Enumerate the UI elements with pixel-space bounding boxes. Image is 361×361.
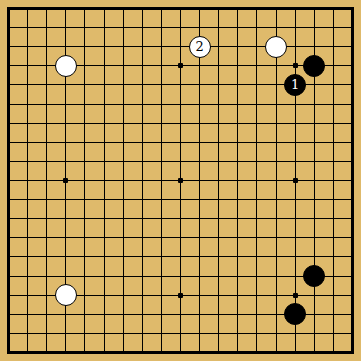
grid-line-vertical [276, 9, 277, 353]
grid-line-vertical [237, 9, 238, 353]
grid-line-horizontal [9, 199, 353, 200]
grid-line-horizontal [9, 333, 353, 334]
hoshi-dot [63, 178, 68, 183]
grid-line-horizontal [9, 218, 353, 219]
grid-line-horizontal [9, 276, 353, 277]
stone-move-number: 2 [195, 40, 203, 53]
hoshi-dot [178, 293, 183, 298]
stone-move-number: 1 [291, 78, 299, 91]
grid-line-vertical [333, 9, 334, 353]
hoshi-dot [178, 63, 183, 68]
grid-line-horizontal [9, 256, 353, 257]
hoshi-dot [293, 178, 298, 183]
grid-line-vertical [199, 9, 200, 353]
go-board: 21 [0, 0, 361, 361]
black-stone-r16 [303, 55, 325, 77]
hoshi-dot [293, 63, 298, 68]
hoshi-dot [293, 293, 298, 298]
hoshi-dot [178, 178, 183, 183]
screenshot-root: 21 [0, 0, 361, 361]
white-stone-d4 [55, 284, 77, 306]
grid-line-horizontal [9, 237, 353, 238]
black-stone-q15: 1 [284, 74, 306, 96]
grid-line-vertical [218, 9, 219, 353]
white-stone-p17 [265, 36, 287, 58]
white-stone-l17: 2 [189, 36, 211, 58]
grid-line-vertical [256, 9, 257, 353]
white-stone-d16 [55, 55, 77, 77]
